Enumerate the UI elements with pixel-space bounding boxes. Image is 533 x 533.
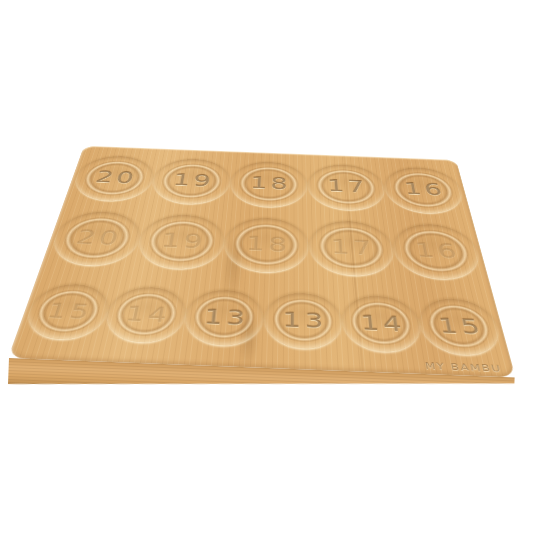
bead-board-surface: 20 19 18 17 16 bbox=[8, 146, 516, 378]
pit-number: 16 bbox=[400, 181, 447, 199]
pit-number: 20 bbox=[90, 169, 138, 186]
pit-number: 19 bbox=[168, 172, 214, 190]
board-pit-16b: 16 bbox=[390, 223, 484, 281]
board-pit-20b: 20 bbox=[46, 211, 144, 268]
pit-number: 17 bbox=[324, 178, 369, 196]
board-pit-19b: 19 bbox=[134, 214, 226, 271]
board-pit-20: 20 bbox=[69, 155, 157, 202]
board-pit-18: 18 bbox=[229, 161, 307, 209]
pit-number: 20 bbox=[70, 227, 123, 248]
pit-number: 15 bbox=[433, 314, 486, 337]
pit-number: 13 bbox=[278, 309, 327, 332]
board-pit-13: 13 bbox=[182, 289, 264, 347]
board-pit-15: 15 bbox=[20, 283, 113, 341]
product-photo-scene: 20 19 18 17 16 bbox=[0, 0, 533, 533]
pit-number: 19 bbox=[156, 231, 207, 252]
board-pit-14b: 14 bbox=[341, 295, 424, 354]
pit-number: 17 bbox=[327, 237, 376, 258]
board-tilt-wrapper: 20 19 18 17 16 bbox=[7, 0, 531, 414]
board-pit-19: 19 bbox=[149, 158, 232, 205]
board-row-bottom: 15 14 13 13 14 15 bbox=[14, 271, 510, 371]
pit-number: 14 bbox=[356, 312, 407, 335]
board-pit-16: 16 bbox=[382, 166, 467, 214]
recess-grid: 20 19 18 17 16 bbox=[8, 146, 516, 378]
board-pit-18b: 18 bbox=[222, 217, 308, 274]
board-pit-15b: 15 bbox=[416, 297, 505, 356]
pit-number: 16 bbox=[410, 240, 462, 261]
board-pit-17: 17 bbox=[308, 163, 387, 211]
pit-number: 13 bbox=[199, 306, 249, 329]
board-pit-13b: 13 bbox=[263, 292, 343, 350]
board-pit-17b: 17 bbox=[309, 220, 397, 277]
pit-number: 14 bbox=[120, 303, 172, 326]
pit-number: 18 bbox=[247, 175, 291, 193]
pit-number: 18 bbox=[242, 234, 291, 255]
pit-number: 15 bbox=[41, 300, 95, 323]
board-pit-14: 14 bbox=[101, 286, 189, 344]
